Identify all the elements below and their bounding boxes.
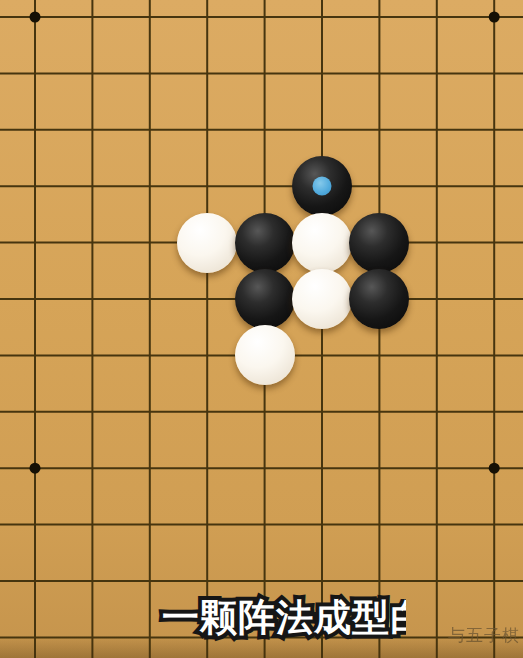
stone-black-last-move[interactable] [292, 156, 352, 216]
stones-layer[interactable] [6, 0, 523, 658]
subtitle-fill: 一颗阵法成型白 [162, 599, 406, 638]
stone-black[interactable] [349, 213, 409, 273]
board-surface[interactable]: 一颗阵法成型白 一颗阵法成型白 与五子棋 [0, 0, 523, 658]
stone-white[interactable] [292, 213, 352, 273]
stone-white[interactable] [235, 325, 295, 385]
stone-black[interactable] [349, 269, 409, 329]
watermark: 与五子棋 [448, 624, 520, 647]
last-move-dot [312, 177, 331, 196]
stone-white[interactable] [177, 213, 237, 273]
stone-white[interactable] [292, 269, 352, 329]
stone-black[interactable] [235, 269, 295, 329]
stone-black[interactable] [235, 213, 295, 273]
